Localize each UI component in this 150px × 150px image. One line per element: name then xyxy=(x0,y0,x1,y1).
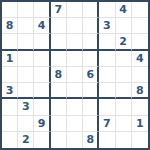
cell-r3c4[interactable] xyxy=(51,34,67,50)
cell-r3c8[interactable]: 2 xyxy=(116,34,132,50)
cell-r7c6[interactable] xyxy=(83,99,99,115)
cell-r8c7[interactable]: 7 xyxy=(99,116,115,132)
cell-r4c5[interactable] xyxy=(67,51,83,67)
cell-r3c5[interactable] xyxy=(67,34,83,50)
cell-r1c9[interactable] xyxy=(132,2,148,18)
cell-r2c8[interactable] xyxy=(116,18,132,34)
cell-r8c8[interactable] xyxy=(116,116,132,132)
cell-r1c4[interactable]: 7 xyxy=(51,2,67,18)
cell-r9c5[interactable] xyxy=(67,132,83,148)
cell-r6c3[interactable] xyxy=(34,83,50,99)
cell-r8c9[interactable]: 1 xyxy=(132,116,148,132)
cell-r8c3[interactable]: 9 xyxy=(34,116,50,132)
cell-r5c8[interactable] xyxy=(116,67,132,83)
cell-r2c7[interactable]: 3 xyxy=(99,18,115,34)
cell-r1c8[interactable]: 4 xyxy=(116,2,132,18)
cell-r7c9[interactable] xyxy=(132,99,148,115)
cell-r6c9[interactable]: 8 xyxy=(132,83,148,99)
cell-r2c6[interactable] xyxy=(83,18,99,34)
cell-r5c1[interactable] xyxy=(2,67,18,83)
cell-r4c7[interactable] xyxy=(99,51,115,67)
cell-r4c3[interactable] xyxy=(34,51,50,67)
cell-r2c9[interactable] xyxy=(132,18,148,34)
cell-r5c4[interactable]: 8 xyxy=(51,67,67,83)
cell-r5c9[interactable] xyxy=(132,67,148,83)
cell-r8c6[interactable] xyxy=(83,116,99,132)
cell-r7c8[interactable] xyxy=(116,99,132,115)
cell-r4c2[interactable] xyxy=(18,51,34,67)
cell-r4c9[interactable]: 4 xyxy=(132,51,148,67)
cell-r1c1[interactable] xyxy=(2,2,18,18)
cell-r4c1[interactable]: 1 xyxy=(2,51,18,67)
cell-r7c2[interactable]: 3 xyxy=(18,99,34,115)
cell-r6c6[interactable] xyxy=(83,83,99,99)
cell-r2c2[interactable] xyxy=(18,18,34,34)
cell-r2c5[interactable] xyxy=(67,18,83,34)
cell-r5c5[interactable] xyxy=(67,67,83,83)
cell-r9c2[interactable]: 2 xyxy=(18,132,34,148)
cell-r7c7[interactable] xyxy=(99,99,115,115)
cell-r7c4[interactable] xyxy=(51,99,67,115)
cell-r9c1[interactable] xyxy=(2,132,18,148)
cell-r5c3[interactable] xyxy=(34,67,50,83)
cell-r4c6[interactable] xyxy=(83,51,99,67)
cell-r7c1[interactable] xyxy=(2,99,18,115)
cell-r7c3[interactable] xyxy=(34,99,50,115)
cell-r1c5[interactable] xyxy=(67,2,83,18)
cell-r8c2[interactable] xyxy=(18,116,34,132)
cell-r3c3[interactable] xyxy=(34,34,50,50)
cell-r8c4[interactable] xyxy=(51,116,67,132)
cell-r6c7[interactable] xyxy=(99,83,115,99)
cell-r2c1[interactable]: 8 xyxy=(2,18,18,34)
cell-r1c6[interactable] xyxy=(83,2,99,18)
cell-r6c1[interactable]: 3 xyxy=(2,83,18,99)
cell-r3c1[interactable] xyxy=(2,34,18,50)
cell-r1c7[interactable] xyxy=(99,2,115,18)
cell-r6c8[interactable] xyxy=(116,83,132,99)
cell-r3c9[interactable] xyxy=(132,34,148,50)
cell-r2c4[interactable] xyxy=(51,18,67,34)
cell-r4c4[interactable] xyxy=(51,51,67,67)
cell-r5c6[interactable]: 6 xyxy=(83,67,99,83)
cell-r9c4[interactable] xyxy=(51,132,67,148)
cell-r1c3[interactable] xyxy=(34,2,50,18)
cell-r4c8[interactable] xyxy=(116,51,132,67)
cell-r5c2[interactable] xyxy=(18,67,34,83)
cell-r2c3[interactable]: 4 xyxy=(34,18,50,34)
cell-r3c6[interactable] xyxy=(83,34,99,50)
cell-r6c5[interactable] xyxy=(67,83,83,99)
cell-r6c2[interactable] xyxy=(18,83,34,99)
cell-r3c7[interactable] xyxy=(99,34,115,50)
cell-r9c9[interactable] xyxy=(132,132,148,148)
cell-r9c7[interactable] xyxy=(99,132,115,148)
cell-r9c8[interactable] xyxy=(116,132,132,148)
cell-r5c7[interactable] xyxy=(99,67,115,83)
cell-r7c5[interactable] xyxy=(67,99,83,115)
cell-r9c6[interactable]: 8 xyxy=(83,132,99,148)
cell-r9c3[interactable] xyxy=(34,132,50,148)
cell-r8c1[interactable] xyxy=(2,116,18,132)
cell-r6c4[interactable] xyxy=(51,83,67,99)
cell-r1c2[interactable] xyxy=(18,2,34,18)
cell-r8c5[interactable] xyxy=(67,116,83,132)
cell-r3c2[interactable] xyxy=(18,34,34,50)
sudoku-board: 748432148638397128 xyxy=(0,0,150,150)
